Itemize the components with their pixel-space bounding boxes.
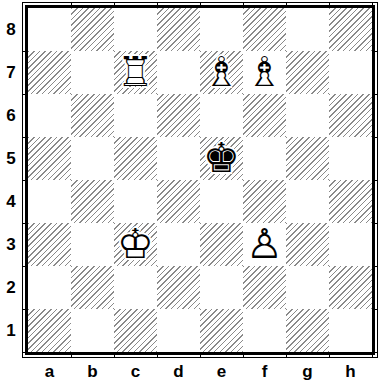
square-d1[interactable] xyxy=(157,309,200,352)
frame-ticks-bottom xyxy=(23,355,377,357)
square-e1[interactable] xyxy=(200,309,243,352)
square-d4[interactable] xyxy=(157,180,200,223)
square-e4[interactable] xyxy=(200,180,243,223)
rank-label-2: 2 xyxy=(0,266,22,309)
file-label-c: c xyxy=(114,358,157,386)
file-label-b: b xyxy=(71,358,114,386)
square-e3[interactable] xyxy=(200,223,243,266)
piece-halo: ♝ xyxy=(200,51,243,94)
square-c4[interactable] xyxy=(114,180,157,223)
square-g4[interactable] xyxy=(286,180,329,223)
white-king-c3: ♔ xyxy=(114,223,157,266)
chess-diagram: 8 7 6 5 4 3 2 1 ♜♖♝♗♝♗♚♚♚♔♟♙ a b c d e f… xyxy=(0,0,384,389)
square-e5[interactable]: ♚♚ xyxy=(200,137,243,180)
square-c1[interactable] xyxy=(114,309,157,352)
square-d6[interactable] xyxy=(157,94,200,137)
piece-halo: ♚ xyxy=(200,137,243,180)
square-g1[interactable] xyxy=(286,309,329,352)
square-c8[interactable] xyxy=(114,8,157,51)
square-g5[interactable] xyxy=(286,137,329,180)
square-f6[interactable] xyxy=(243,94,286,137)
square-e8[interactable] xyxy=(200,8,243,51)
board-border: ♜♖♝♗♝♗♚♚♚♔♟♙ xyxy=(25,5,375,355)
square-f2[interactable] xyxy=(243,266,286,309)
square-f8[interactable] xyxy=(243,8,286,51)
square-a2[interactable] xyxy=(28,266,71,309)
white-bishop-e7: ♗ xyxy=(200,51,243,94)
square-a1[interactable] xyxy=(28,309,71,352)
piece-halo: ♟ xyxy=(243,223,286,266)
square-b6[interactable] xyxy=(71,94,114,137)
square-h5[interactable] xyxy=(329,137,372,180)
square-f1[interactable] xyxy=(243,309,286,352)
black-king-e5: ♚ xyxy=(200,137,243,180)
rank-label-4: 4 xyxy=(0,180,22,223)
board-frame: ♜♖♝♗♝♗♚♚♚♔♟♙ xyxy=(22,2,378,358)
square-a8[interactable] xyxy=(28,8,71,51)
square-d7[interactable] xyxy=(157,51,200,94)
square-c6[interactable] xyxy=(114,94,157,137)
square-h3[interactable] xyxy=(329,223,372,266)
square-h7[interactable] xyxy=(329,51,372,94)
square-e6[interactable] xyxy=(200,94,243,137)
square-h6[interactable] xyxy=(329,94,372,137)
white-bishop-f7: ♗ xyxy=(243,51,286,94)
square-a6[interactable] xyxy=(28,94,71,137)
square-g6[interactable] xyxy=(286,94,329,137)
square-h2[interactable] xyxy=(329,266,372,309)
square-h4[interactable] xyxy=(329,180,372,223)
frame-ticks-top xyxy=(23,3,377,5)
rank-label-6: 6 xyxy=(0,94,22,137)
file-label-f: f xyxy=(243,358,286,386)
file-label-d: d xyxy=(157,358,200,386)
square-d5[interactable] xyxy=(157,137,200,180)
square-a7[interactable] xyxy=(28,51,71,94)
square-g3[interactable] xyxy=(286,223,329,266)
square-f3[interactable]: ♟♙ xyxy=(243,223,286,266)
square-b3[interactable] xyxy=(71,223,114,266)
rank-labels: 8 7 6 5 4 3 2 1 xyxy=(0,8,22,352)
square-h8[interactable] xyxy=(329,8,372,51)
square-d2[interactable] xyxy=(157,266,200,309)
square-f4[interactable] xyxy=(243,180,286,223)
square-c7[interactable]: ♜♖ xyxy=(114,51,157,94)
square-b4[interactable] xyxy=(71,180,114,223)
square-c3[interactable]: ♚♔ xyxy=(114,223,157,266)
square-a4[interactable] xyxy=(28,180,71,223)
frame-ticks-left xyxy=(23,3,25,357)
white-pawn-f3: ♙ xyxy=(243,223,286,266)
square-b7[interactable] xyxy=(71,51,114,94)
square-a5[interactable] xyxy=(28,137,71,180)
white-rook-c7: ♖ xyxy=(114,51,157,94)
square-f5[interactable] xyxy=(243,137,286,180)
rank-label-3: 3 xyxy=(0,223,22,266)
square-b5[interactable] xyxy=(71,137,114,180)
square-d8[interactable] xyxy=(157,8,200,51)
square-f7[interactable]: ♝♗ xyxy=(243,51,286,94)
file-label-g: g xyxy=(286,358,329,386)
file-label-h: h xyxy=(329,358,372,386)
square-b2[interactable] xyxy=(71,266,114,309)
file-labels: a b c d e f g h xyxy=(28,358,372,386)
frame-ticks-right xyxy=(375,3,377,357)
square-h1[interactable] xyxy=(329,309,372,352)
chess-board: ♜♖♝♗♝♗♚♚♚♔♟♙ xyxy=(28,8,372,352)
square-e2[interactable] xyxy=(200,266,243,309)
square-a3[interactable] xyxy=(28,223,71,266)
square-g7[interactable] xyxy=(286,51,329,94)
rank-label-1: 1 xyxy=(0,309,22,352)
square-b1[interactable] xyxy=(71,309,114,352)
square-b8[interactable] xyxy=(71,8,114,51)
square-g8[interactable] xyxy=(286,8,329,51)
piece-halo: ♚ xyxy=(114,223,157,266)
square-e7[interactable]: ♝♗ xyxy=(200,51,243,94)
square-g2[interactable] xyxy=(286,266,329,309)
file-label-a: a xyxy=(28,358,71,386)
square-c2[interactable] xyxy=(114,266,157,309)
square-d3[interactable] xyxy=(157,223,200,266)
rank-label-7: 7 xyxy=(0,51,22,94)
piece-halo: ♝ xyxy=(243,51,286,94)
file-label-e: e xyxy=(200,358,243,386)
rank-label-8: 8 xyxy=(0,8,22,51)
square-c5[interactable] xyxy=(114,137,157,180)
piece-halo: ♜ xyxy=(114,51,157,94)
rank-label-5: 5 xyxy=(0,137,22,180)
